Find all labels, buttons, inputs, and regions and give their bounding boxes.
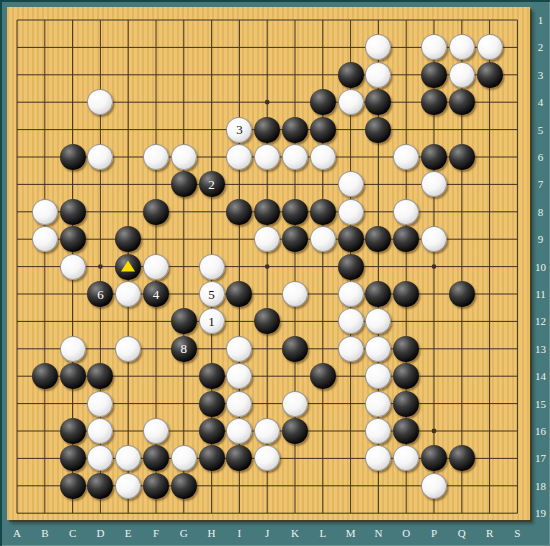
row-label-14: 14 (532, 370, 549, 382)
column-label-F: F (147, 527, 165, 539)
row-label-7: 7 (532, 178, 549, 190)
column-label-A: A (8, 527, 26, 539)
column-label-I: I (230, 527, 248, 539)
row-label-19: 19 (532, 507, 549, 519)
column-label-M: M (342, 527, 360, 539)
row-label-3: 3 (532, 69, 549, 81)
row-label-10: 10 (532, 261, 549, 273)
row-label-13: 13 (532, 343, 549, 355)
column-label-O: O (397, 527, 415, 539)
column-label-J: J (258, 527, 276, 539)
row-label-5: 5 (532, 124, 549, 136)
row-label-2: 2 (532, 41, 549, 53)
row-label-1: 1 (532, 14, 549, 26)
row-label-18: 18 (532, 480, 549, 492)
row-label-9: 9 (532, 233, 549, 245)
column-label-B: B (36, 527, 54, 539)
go-board[interactable] (7, 7, 530, 520)
column-label-S: S (508, 527, 526, 539)
row-label-17: 17 (532, 452, 549, 464)
column-label-L: L (314, 527, 332, 539)
column-label-D: D (91, 527, 109, 539)
row-label-6: 6 (532, 151, 549, 163)
column-label-P: P (425, 527, 443, 539)
row-label-15: 15 (532, 398, 549, 410)
column-label-G: G (175, 527, 193, 539)
column-label-N: N (369, 527, 387, 539)
column-label-Q: Q (453, 527, 471, 539)
column-label-R: R (481, 527, 499, 539)
row-label-8: 8 (532, 206, 549, 218)
column-label-E: E (119, 527, 137, 539)
column-label-K: K (286, 527, 304, 539)
column-label-C: C (64, 527, 82, 539)
column-label-H: H (203, 527, 221, 539)
row-label-16: 16 (532, 425, 549, 437)
row-label-11: 11 (532, 288, 549, 300)
diagram-frame: 3264518 ABCDEFGHIJKLMNOPQRS1234567891011… (0, 0, 550, 546)
row-label-4: 4 (532, 96, 549, 108)
row-label-12: 12 (532, 315, 549, 327)
